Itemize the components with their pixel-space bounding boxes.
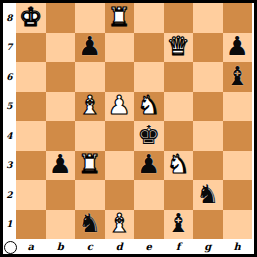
piece-white-rook[interactable]: ♜ [78, 151, 101, 177]
chess-board: ♚♜♟♛♟♝♝♟♞♚♟♜♟♞♞♞♝♝ [16, 3, 252, 239]
square-c2[interactable] [75, 180, 105, 210]
square-h1[interactable] [223, 210, 253, 240]
square-f5[interactable] [164, 92, 194, 122]
square-d1[interactable]: ♝ [105, 210, 135, 240]
square-f1[interactable]: ♝ [164, 210, 194, 240]
rank-label-2: 2 [3, 180, 16, 210]
piece-white-king[interactable]: ♚ [19, 4, 42, 30]
square-f7[interactable]: ♛ [164, 33, 194, 63]
square-a3[interactable] [16, 151, 46, 181]
square-g8[interactable] [193, 3, 223, 33]
square-f8[interactable] [164, 3, 194, 33]
rank-label-1: 1 [3, 210, 16, 240]
square-c5[interactable]: ♝ [75, 92, 105, 122]
square-e5[interactable]: ♞ [134, 92, 164, 122]
square-c8[interactable] [75, 3, 105, 33]
file-label-b: b [46, 239, 76, 254]
piece-black-king[interactable]: ♚ [137, 122, 160, 148]
file-label-c: c [75, 239, 105, 254]
square-b5[interactable] [46, 92, 76, 122]
square-a2[interactable] [16, 180, 46, 210]
square-f3[interactable]: ♞ [164, 151, 194, 181]
file-labels: a b c d e f g h [16, 239, 252, 254]
piece-black-knight[interactable]: ♞ [196, 181, 219, 207]
square-d8[interactable]: ♜ [105, 3, 135, 33]
square-g2[interactable]: ♞ [193, 180, 223, 210]
file-label-d: d [105, 239, 135, 254]
piece-white-pawn[interactable]: ♟ [108, 92, 131, 118]
piece-white-queen[interactable]: ♛ [167, 33, 190, 59]
square-d2[interactable] [105, 180, 135, 210]
square-f6[interactable] [164, 62, 194, 92]
square-d5[interactable]: ♟ [105, 92, 135, 122]
square-h7[interactable]: ♟ [223, 33, 253, 63]
square-d4[interactable] [105, 121, 135, 151]
square-b4[interactable] [46, 121, 76, 151]
square-f4[interactable] [164, 121, 194, 151]
square-c4[interactable] [75, 121, 105, 151]
square-d6[interactable] [105, 62, 135, 92]
square-c6[interactable] [75, 62, 105, 92]
piece-white-bishop[interactable]: ♝ [78, 92, 101, 118]
rank-label-6: 6 [3, 62, 16, 92]
square-a5[interactable] [16, 92, 46, 122]
square-g5[interactable] [193, 92, 223, 122]
piece-black-pawn[interactable]: ♟ [78, 33, 101, 59]
piece-black-pawn[interactable]: ♟ [49, 151, 72, 177]
square-b8[interactable] [46, 3, 76, 33]
square-b2[interactable] [46, 180, 76, 210]
rank-label-8: 8 [3, 3, 16, 33]
chess-diagram: ♚♜♟♛♟♝♝♟♞♚♟♜♟♞♞♞♝♝ 8 7 6 5 4 3 2 1 a b c… [0, 0, 257, 257]
piece-black-pawn[interactable]: ♟ [137, 151, 160, 177]
square-h3[interactable] [223, 151, 253, 181]
file-label-f: f [164, 239, 194, 254]
square-c3[interactable]: ♜ [75, 151, 105, 181]
square-b3[interactable]: ♟ [46, 151, 76, 181]
rank-label-4: 4 [3, 121, 16, 151]
piece-black-knight[interactable]: ♞ [78, 210, 101, 236]
square-a7[interactable] [16, 33, 46, 63]
square-a8[interactable]: ♚ [16, 3, 46, 33]
square-b6[interactable] [46, 62, 76, 92]
square-c1[interactable]: ♞ [75, 210, 105, 240]
square-e7[interactable] [134, 33, 164, 63]
square-b7[interactable] [46, 33, 76, 63]
square-d3[interactable] [105, 151, 135, 181]
white-to-move-indicator [4, 241, 17, 254]
square-a4[interactable] [16, 121, 46, 151]
piece-white-knight[interactable]: ♞ [137, 92, 160, 118]
square-g6[interactable] [193, 62, 223, 92]
square-g1[interactable] [193, 210, 223, 240]
piece-white-knight[interactable]: ♞ [167, 151, 190, 177]
square-b1[interactable] [46, 210, 76, 240]
square-e4[interactable]: ♚ [134, 121, 164, 151]
square-e1[interactable] [134, 210, 164, 240]
square-f2[interactable] [164, 180, 194, 210]
rank-labels: 8 7 6 5 4 3 2 1 [3, 3, 16, 239]
piece-black-pawn[interactable]: ♟ [226, 33, 249, 59]
piece-white-rook[interactable]: ♜ [108, 4, 131, 30]
square-e2[interactable] [134, 180, 164, 210]
square-g7[interactable] [193, 33, 223, 63]
piece-black-bishop[interactable]: ♝ [226, 63, 249, 89]
file-label-g: g [193, 239, 223, 254]
piece-black-bishop[interactable]: ♝ [167, 210, 190, 236]
square-h6[interactable]: ♝ [223, 62, 253, 92]
square-a6[interactable] [16, 62, 46, 92]
square-e8[interactable] [134, 3, 164, 33]
square-h5[interactable] [223, 92, 253, 122]
square-g3[interactable] [193, 151, 223, 181]
square-h8[interactable] [223, 3, 253, 33]
square-e3[interactable]: ♟ [134, 151, 164, 181]
file-label-e: e [134, 239, 164, 254]
piece-white-bishop[interactable]: ♝ [108, 210, 131, 236]
square-c7[interactable]: ♟ [75, 33, 105, 63]
rank-label-5: 5 [3, 92, 16, 122]
square-h2[interactable] [223, 180, 253, 210]
rank-label-3: 3 [3, 151, 16, 181]
square-h4[interactable] [223, 121, 253, 151]
rank-label-7: 7 [3, 33, 16, 63]
square-d7[interactable] [105, 33, 135, 63]
file-label-a: a [16, 239, 46, 254]
square-e6[interactable] [134, 62, 164, 92]
square-g4[interactable] [193, 121, 223, 151]
file-label-h: h [223, 239, 253, 254]
square-a1[interactable] [16, 210, 46, 240]
